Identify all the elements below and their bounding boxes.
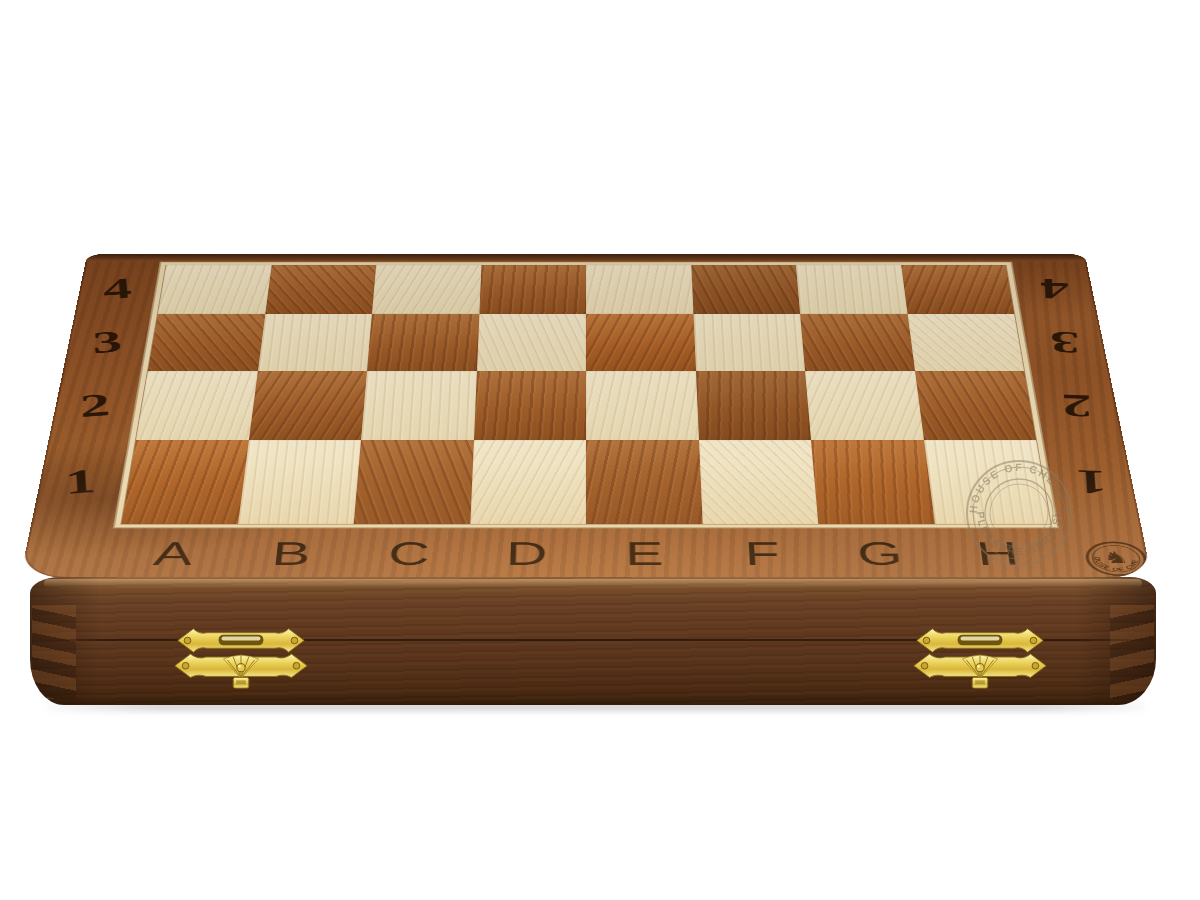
box-front-face xyxy=(30,577,1156,705)
watermark-text-bottom: PLEASURE SERIES) xyxy=(975,511,1063,557)
finger-joints-right xyxy=(1110,605,1154,699)
square-c4 xyxy=(372,265,481,314)
file-label-a: A xyxy=(151,534,196,572)
square-f4 xyxy=(691,265,800,314)
file-labels-row: A B C D E F G H xyxy=(111,528,1061,578)
finger-joints-left xyxy=(32,605,76,699)
chess-grid xyxy=(121,265,1050,524)
square-e1 xyxy=(586,440,702,524)
rank-label-left-3: 3 xyxy=(91,324,123,361)
square-b2 xyxy=(248,371,366,440)
watermark-seal: HOUSE OF CHESS ( PLEASURE SERIES) xyxy=(944,438,1094,588)
square-f2 xyxy=(696,371,812,440)
square-d2 xyxy=(473,371,586,440)
svg-text:HOUSE OF CHESS (: HOUSE OF CHESS ( xyxy=(967,461,1071,514)
file-label-g: G xyxy=(855,534,905,572)
watermark-text-top: HOUSE OF CHESS ( xyxy=(967,461,1071,514)
file-label-d: D xyxy=(505,534,548,572)
square-f1 xyxy=(699,440,819,524)
square-b4 xyxy=(265,265,376,314)
square-a1 xyxy=(121,440,248,524)
square-g4 xyxy=(796,265,907,314)
svg-text:PLEASURE SERIES): PLEASURE SERIES) xyxy=(975,511,1063,557)
square-f3 xyxy=(693,314,805,371)
square-a4 xyxy=(158,265,271,314)
rank-label-left-1: 1 xyxy=(64,461,97,503)
square-d3 xyxy=(476,314,586,371)
square-g2 xyxy=(805,371,923,440)
rank-label-left-4: 4 xyxy=(102,271,133,307)
maple-inner-border xyxy=(113,262,1060,529)
square-h4 xyxy=(901,265,1014,314)
product-photo-folding-chess-box: 4 3 2 1 4 3 2 1 A B C D E F G H ♞ HOUSE … xyxy=(0,0,1200,900)
square-e2 xyxy=(586,371,699,440)
square-e4 xyxy=(586,265,693,314)
rank-label-right-4: 4 xyxy=(1039,271,1070,306)
square-g3 xyxy=(800,314,915,371)
square-b1 xyxy=(238,440,361,524)
brass-latch-left xyxy=(172,622,310,692)
square-h2 xyxy=(915,371,1036,440)
file-label-c: C xyxy=(387,534,432,572)
square-c2 xyxy=(361,371,477,440)
file-label-e: E xyxy=(625,534,665,572)
square-h3 xyxy=(907,314,1024,371)
rank-label-right-2: 2 xyxy=(1061,387,1093,425)
board-far-edge xyxy=(86,254,1086,260)
rank-label-left-2: 2 xyxy=(79,386,112,425)
square-c3 xyxy=(367,314,479,371)
square-d4 xyxy=(479,265,586,314)
file-label-b: B xyxy=(270,534,313,572)
square-e3 xyxy=(586,314,696,371)
square-a2 xyxy=(136,371,257,440)
drop-shadow xyxy=(46,702,1146,711)
square-g1 xyxy=(811,440,934,524)
square-d1 xyxy=(470,440,586,524)
square-c1 xyxy=(354,440,474,524)
brass-latch-right xyxy=(911,622,1049,692)
rank-label-right-3: 3 xyxy=(1049,324,1080,360)
file-label-f: F xyxy=(743,534,782,572)
square-a3 xyxy=(148,314,265,371)
square-b3 xyxy=(257,314,372,371)
